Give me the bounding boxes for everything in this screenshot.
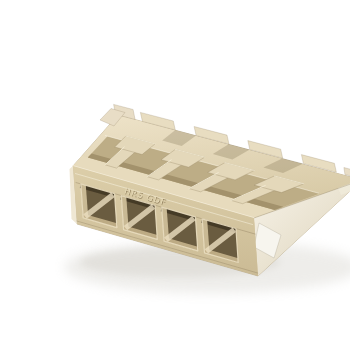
product-photo: HRS GDF HRS GDF bbox=[40, 16, 350, 350]
connector-photo-canvas: HRS GDF HRS GDF bbox=[40, 16, 350, 350]
